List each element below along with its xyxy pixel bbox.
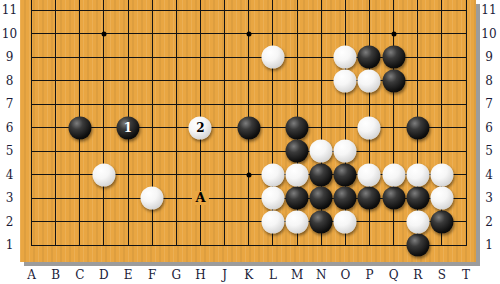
- go-board[interactable]: 12A: [20, 0, 476, 262]
- row-label-right-4: 4: [485, 169, 493, 181]
- row-label-left-8: 8: [6, 75, 14, 87]
- stone-white-m2[interactable]: [286, 210, 309, 233]
- stone-black-n3[interactable]: [310, 187, 333, 210]
- row-label-left-10: 10: [2, 28, 17, 40]
- column-label-o: O: [340, 269, 350, 281]
- stone-black-q8[interactable]: [382, 69, 405, 92]
- stone-white-r2[interactable]: [406, 210, 429, 233]
- row-label-right-9: 9: [485, 51, 493, 63]
- column-label-f: F: [148, 269, 156, 281]
- star-point-d10: [101, 31, 106, 36]
- grid-line-vertical: [176, 0, 177, 246]
- stone-black-c6[interactable]: [68, 116, 91, 139]
- stone-white-s3[interactable]: [430, 187, 453, 210]
- stone-white-l9[interactable]: [261, 46, 284, 69]
- stone-white-l3[interactable]: [261, 187, 284, 210]
- move-number-label: 1: [124, 122, 132, 134]
- stone-white-p4[interactable]: [358, 163, 381, 186]
- grid-line-horizontal: [31, 221, 467, 222]
- stone-white-l2[interactable]: [261, 210, 284, 233]
- row-label-right-1: 1: [485, 239, 493, 251]
- row-label-left-2: 2: [6, 216, 14, 228]
- column-label-l: L: [269, 269, 277, 281]
- stone-white-h6[interactable]: 2: [189, 116, 212, 139]
- grid-line-vertical: [103, 0, 104, 246]
- row-label-right-5: 5: [485, 145, 493, 157]
- column-label-n: N: [316, 269, 327, 281]
- stone-white-o9[interactable]: [334, 46, 357, 69]
- column-label-c: C: [75, 269, 84, 281]
- stone-white-l4[interactable]: [261, 163, 284, 186]
- row-label-left-3: 3: [6, 192, 14, 204]
- stone-white-p8[interactable]: [358, 69, 381, 92]
- stone-black-r1[interactable]: [406, 234, 429, 257]
- column-label-k: K: [244, 269, 253, 281]
- column-label-b: B: [51, 269, 60, 281]
- stone-white-q4[interactable]: [382, 163, 405, 186]
- column-label-h: H: [195, 269, 205, 281]
- stone-black-q3[interactable]: [382, 187, 405, 210]
- column-label-e: E: [124, 269, 133, 281]
- stone-white-p6[interactable]: [358, 116, 381, 139]
- stone-black-r3[interactable]: [406, 187, 429, 210]
- stone-black-k6[interactable]: [237, 116, 260, 139]
- stone-white-m4[interactable]: [286, 163, 309, 186]
- stone-white-n5[interactable]: [310, 140, 333, 163]
- move-number-label: 2: [196, 122, 204, 134]
- grid-line-vertical: [466, 0, 467, 246]
- column-label-j: J: [222, 269, 227, 281]
- stone-black-m5[interactable]: [286, 140, 309, 163]
- stone-black-q9[interactable]: [382, 46, 405, 69]
- grid-line-vertical: [224, 0, 225, 246]
- row-label-left-11: 11: [2, 4, 17, 16]
- grid-line-horizontal: [31, 104, 467, 105]
- star-point-k10: [246, 31, 251, 36]
- row-label-left-1: 1: [6, 239, 14, 251]
- column-label-s: S: [438, 269, 446, 281]
- row-label-left-6: 6: [6, 122, 14, 134]
- column-label-a: A: [27, 269, 36, 281]
- stone-black-m6[interactable]: [286, 116, 309, 139]
- stone-black-o3[interactable]: [334, 187, 357, 210]
- row-label-right-8: 8: [485, 75, 493, 87]
- row-label-right-10: 10: [481, 28, 496, 40]
- stone-black-s2[interactable]: [430, 210, 453, 233]
- column-label-r: R: [413, 269, 422, 281]
- stone-black-p9[interactable]: [358, 46, 381, 69]
- stone-white-s4[interactable]: [430, 163, 453, 186]
- stone-black-r6[interactable]: [406, 116, 429, 139]
- go-diagram: 12A 11111010998877665544332211ABCDEFGHJK…: [0, 0, 500, 284]
- stone-white-d4[interactable]: [92, 163, 115, 186]
- stone-black-e6[interactable]: 1: [117, 116, 140, 139]
- stone-white-f3[interactable]: [141, 187, 164, 210]
- row-label-right-7: 7: [485, 98, 493, 110]
- star-point-k4: [246, 172, 251, 177]
- stone-white-r4[interactable]: [406, 163, 429, 186]
- row-label-right-3: 3: [485, 192, 493, 204]
- column-label-d: D: [99, 269, 109, 281]
- grid-line-vertical: [31, 0, 32, 246]
- grid-line-horizontal: [31, 151, 467, 152]
- column-label-m: M: [291, 269, 303, 281]
- stone-black-p3[interactable]: [358, 187, 381, 210]
- row-label-left-4: 4: [6, 169, 14, 181]
- row-label-right-2: 2: [485, 216, 493, 228]
- star-point-q10: [391, 31, 396, 36]
- grid-line-horizontal: [31, 10, 467, 11]
- column-label-g: G: [172, 269, 182, 281]
- row-label-left-5: 5: [6, 145, 14, 157]
- row-label-left-9: 9: [6, 51, 14, 63]
- stone-white-o8[interactable]: [334, 69, 357, 92]
- column-label-p: P: [365, 269, 373, 281]
- stone-white-o5[interactable]: [334, 140, 357, 163]
- row-label-right-11: 11: [481, 4, 496, 16]
- stone-black-n4[interactable]: [310, 163, 333, 186]
- stone-black-n2[interactable]: [310, 210, 333, 233]
- grid-line-horizontal: [31, 245, 467, 246]
- column-label-q: Q: [389, 269, 399, 281]
- row-label-left-7: 7: [6, 98, 14, 110]
- stone-black-m3[interactable]: [286, 187, 309, 210]
- stone-black-o4[interactable]: [334, 163, 357, 186]
- annotation-a-h3: A: [192, 191, 208, 205]
- grid-line-vertical: [55, 0, 56, 246]
- column-label-t: T: [462, 269, 470, 281]
- stone-white-o2[interactable]: [334, 210, 357, 233]
- row-label-right-6: 6: [485, 122, 493, 134]
